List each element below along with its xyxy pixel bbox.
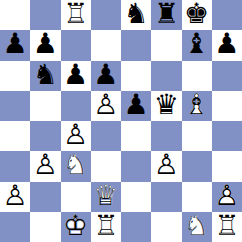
square-c7[interactable] (61, 30, 91, 60)
square-b5[interactable] (30, 91, 60, 121)
black-knight-piece[interactable]: ♞ (30, 61, 60, 91)
square-d3[interactable] (91, 151, 121, 181)
square-b8[interactable] (30, 0, 60, 30)
white-queen-piece[interactable]: ♛♕ (91, 182, 121, 212)
square-h8[interactable] (212, 0, 242, 30)
square-b4[interactable] (30, 121, 60, 151)
square-e3[interactable] (121, 151, 151, 181)
square-h5[interactable] (212, 91, 242, 121)
square-f1[interactable] (151, 212, 181, 242)
black-pawn-piece[interactable]: ♟ (212, 30, 242, 60)
square-g8[interactable]: ♚ (182, 0, 212, 30)
square-h1[interactable]: ♜♖ (212, 212, 242, 242)
square-a7[interactable]: ♟ (0, 30, 30, 60)
black-pawn-piece[interactable]: ♟ (61, 61, 91, 91)
square-b6[interactable]: ♞ (30, 61, 60, 91)
white-pawn-piece[interactable]: ♟♙ (151, 151, 181, 181)
square-c5[interactable] (61, 91, 91, 121)
square-g6[interactable] (182, 61, 212, 91)
square-d5[interactable]: ♟♙ (91, 91, 121, 121)
square-d4[interactable] (91, 121, 121, 151)
white-bishop-piece[interactable]: ♝♗ (182, 91, 212, 121)
square-e7[interactable] (121, 30, 151, 60)
square-a3[interactable] (0, 151, 30, 181)
square-d2[interactable]: ♛♕ (91, 182, 121, 212)
square-b1[interactable] (30, 212, 60, 242)
square-f5[interactable]: ♛ (151, 91, 181, 121)
square-c6[interactable]: ♟ (61, 61, 91, 91)
white-rook-piece[interactable]: ♜♖ (212, 212, 242, 242)
square-h7[interactable]: ♟ (212, 30, 242, 60)
white-pawn-piece[interactable]: ♟♙ (0, 182, 30, 212)
square-c3[interactable]: ♞♘ (61, 151, 91, 181)
square-c2[interactable] (61, 182, 91, 212)
square-e1[interactable] (121, 212, 151, 242)
white-knight-piece[interactable]: ♞♘ (182, 212, 212, 242)
square-h4[interactable] (212, 121, 242, 151)
square-a6[interactable] (0, 61, 30, 91)
square-e8[interactable]: ♞ (121, 0, 151, 30)
square-g4[interactable] (182, 121, 212, 151)
black-pawn-piece[interactable]: ♟ (91, 61, 121, 91)
square-d7[interactable] (91, 30, 121, 60)
black-pawn-piece[interactable]: ♟ (0, 30, 30, 60)
square-f4[interactable] (151, 121, 181, 151)
square-h2[interactable]: ♟♙ (212, 182, 242, 212)
white-king-piece[interactable]: ♚♔ (61, 212, 91, 242)
black-pawn-piece[interactable]: ♟ (121, 91, 151, 121)
square-h3[interactable] (212, 151, 242, 181)
square-e5[interactable]: ♟ (121, 91, 151, 121)
square-c8[interactable]: ♜♖ (61, 0, 91, 30)
square-a8[interactable] (0, 0, 30, 30)
square-g2[interactable] (182, 182, 212, 212)
square-g5[interactable]: ♝♗ (182, 91, 212, 121)
square-d8[interactable] (91, 0, 121, 30)
black-pawn-piece[interactable]: ♟ (30, 30, 60, 60)
square-d1[interactable]: ♜♖ (91, 212, 121, 242)
square-e2[interactable] (121, 182, 151, 212)
square-b2[interactable] (30, 182, 60, 212)
square-a5[interactable] (0, 91, 30, 121)
square-a2[interactable]: ♟♙ (0, 182, 30, 212)
white-pawn-piece[interactable]: ♟♙ (91, 91, 121, 121)
square-g1[interactable]: ♞♘ (182, 212, 212, 242)
square-a4[interactable] (0, 121, 30, 151)
square-e4[interactable] (121, 121, 151, 151)
chess-board: ♜♖♞♜♚♟♟♝♟♞♟♟♟♙♟♛♝♗♟♙♟♙♞♘♟♙♟♙♛♕♟♙♚♔♜♖♞♘♜♖ (0, 0, 242, 242)
square-h6[interactable] (212, 61, 242, 91)
square-a1[interactable] (0, 212, 30, 242)
white-pawn-piece[interactable]: ♟♙ (61, 121, 91, 151)
black-bishop-piece[interactable]: ♝ (182, 30, 212, 60)
square-f3[interactable]: ♟♙ (151, 151, 181, 181)
black-knight-piece[interactable]: ♞ (121, 0, 151, 30)
square-b7[interactable]: ♟ (30, 30, 60, 60)
black-queen-piece[interactable]: ♛ (151, 91, 181, 121)
square-c4[interactable]: ♟♙ (61, 121, 91, 151)
square-f2[interactable] (151, 182, 181, 212)
square-f8[interactable]: ♜ (151, 0, 181, 30)
square-d6[interactable]: ♟ (91, 61, 121, 91)
square-c1[interactable]: ♚♔ (61, 212, 91, 242)
square-f6[interactable] (151, 61, 181, 91)
square-e6[interactable] (121, 61, 151, 91)
white-rook-piece[interactable]: ♜♖ (91, 212, 121, 242)
white-pawn-piece[interactable]: ♟♙ (30, 151, 60, 181)
white-knight-piece[interactable]: ♞♘ (61, 151, 91, 181)
white-rook-piece[interactable]: ♜♖ (61, 0, 91, 30)
square-g7[interactable]: ♝ (182, 30, 212, 60)
black-rook-piece[interactable]: ♜ (151, 0, 181, 30)
white-pawn-piece[interactable]: ♟♙ (212, 182, 242, 212)
square-g3[interactable] (182, 151, 212, 181)
square-f7[interactable] (151, 30, 181, 60)
black-king-piece[interactable]: ♚ (182, 0, 212, 30)
square-b3[interactable]: ♟♙ (30, 151, 60, 181)
